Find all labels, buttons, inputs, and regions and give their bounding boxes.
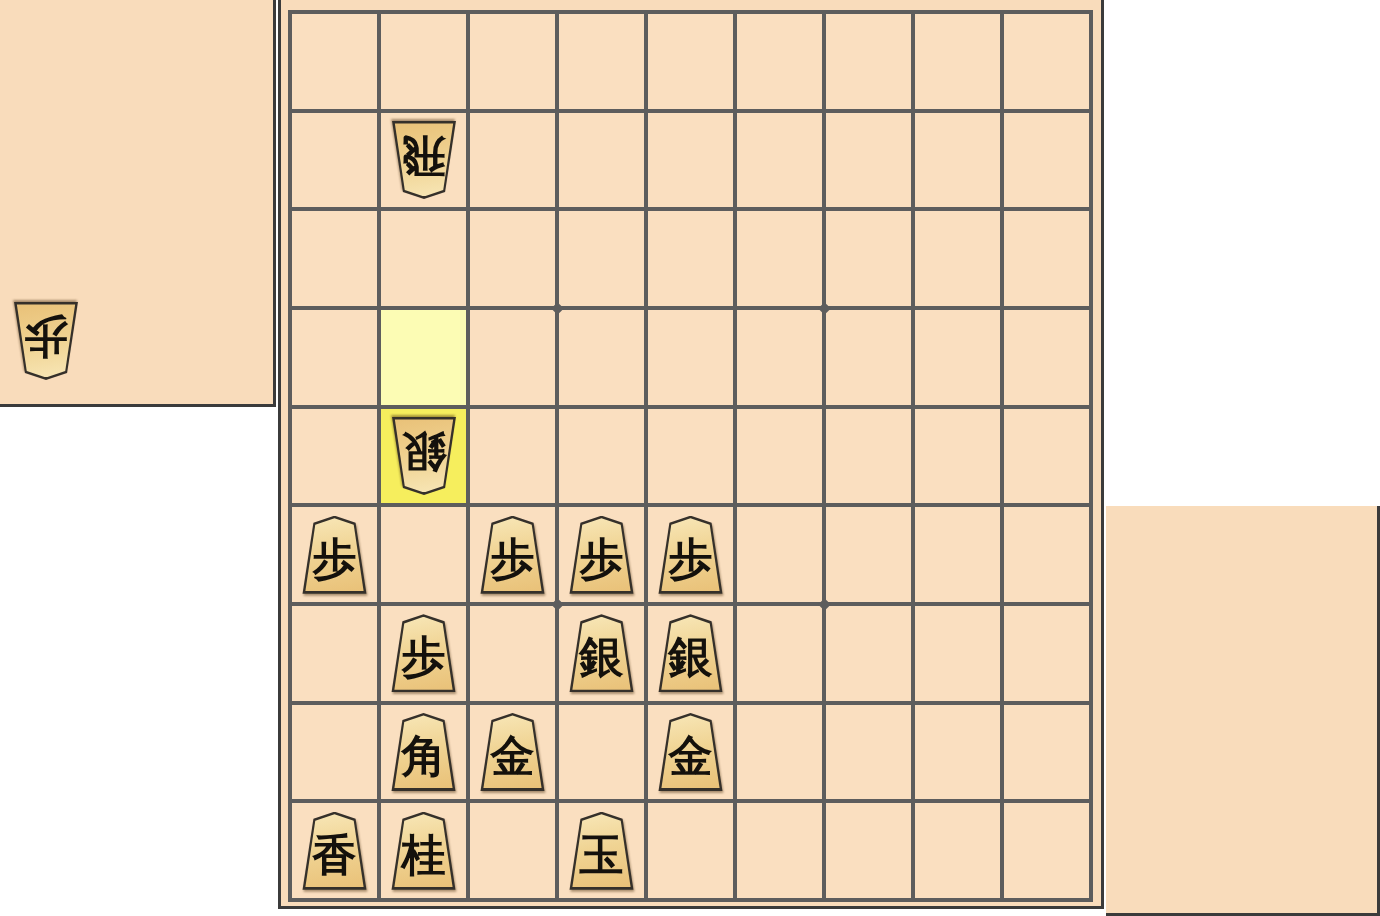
square-7a[interactable] [470, 14, 555, 109]
square-3b[interactable] [826, 113, 911, 208]
square-4g[interactable] [737, 606, 822, 701]
square-9e[interactable] [292, 409, 377, 504]
koma-kanji: 玉 [580, 833, 624, 877]
square-9d[interactable] [292, 310, 377, 405]
square-3i[interactable] [826, 803, 911, 898]
piece-5f-sente-pawn[interactable]: 歩 [657, 516, 725, 594]
square-3a[interactable] [826, 14, 911, 109]
square-2a[interactable] [915, 14, 1000, 109]
koma-kanji: 飛 [402, 134, 446, 178]
square-2g[interactable] [915, 606, 1000, 701]
square-1c[interactable] [1004, 211, 1089, 306]
gote-hand-tray: 歩 [0, 0, 276, 407]
square-7e[interactable] [470, 409, 555, 504]
square-7f[interactable]: 歩 [470, 507, 555, 602]
square-8c[interactable] [381, 211, 466, 306]
square-4d[interactable] [737, 310, 822, 405]
hand-piece-gote-pawn[interactable]: 歩 [12, 302, 80, 380]
piece-9f-sente-pawn[interactable]: 歩 [301, 516, 369, 594]
square-1h[interactable] [1004, 705, 1089, 800]
square-3c[interactable] [826, 211, 911, 306]
square-8f[interactable] [381, 507, 466, 602]
koma-kanji: 歩 [313, 537, 357, 581]
square-4h[interactable] [737, 705, 822, 800]
square-2c[interactable] [915, 211, 1000, 306]
shogi-board-panel: 飛銀歩歩歩歩歩銀銀角金金香桂玉 [278, 0, 1104, 909]
piece-6g-sente-silver[interactable]: 銀 [568, 614, 636, 692]
square-3h[interactable] [826, 705, 911, 800]
piece-5h-sente-gold[interactable]: 金 [657, 713, 725, 791]
square-5b[interactable] [648, 113, 733, 208]
koma-kanji: 歩 [669, 537, 713, 581]
koma-kanji: 歩 [491, 537, 535, 581]
square-7d[interactable] [470, 310, 555, 405]
square-2f[interactable] [915, 507, 1000, 602]
square-3d[interactable] [826, 310, 911, 405]
square-9a[interactable] [292, 14, 377, 109]
square-4c[interactable] [737, 211, 822, 306]
square-5c[interactable] [648, 211, 733, 306]
piece-8h-sente-bishop[interactable]: 角 [390, 713, 458, 791]
square-8a[interactable] [381, 14, 466, 109]
koma-kanji: 金 [491, 734, 535, 778]
piece-6i-sente-king[interactable]: 玉 [568, 812, 636, 890]
square-6c[interactable] [559, 211, 644, 306]
square-3e[interactable] [826, 409, 911, 504]
square-9f[interactable]: 歩 [292, 507, 377, 602]
square-1i[interactable] [1004, 803, 1089, 898]
piece-7h-sente-gold[interactable]: 金 [479, 713, 547, 791]
square-7b[interactable] [470, 113, 555, 208]
piece-6f-sente-pawn[interactable]: 歩 [568, 516, 636, 594]
koma-kanji: 歩 [580, 537, 624, 581]
square-9i[interactable]: 香 [292, 803, 377, 898]
koma-kanji: 角 [402, 734, 446, 778]
square-2i[interactable] [915, 803, 1000, 898]
square-1b[interactable] [1004, 113, 1089, 208]
square-1a[interactable] [1004, 14, 1089, 109]
square-6a[interactable] [559, 14, 644, 109]
square-6b[interactable] [559, 113, 644, 208]
square-7i[interactable] [470, 803, 555, 898]
square-8i[interactable]: 桂 [381, 803, 466, 898]
square-1f[interactable] [1004, 507, 1089, 602]
square-6e[interactable] [559, 409, 644, 504]
square-6g[interactable]: 銀 [559, 606, 644, 701]
square-5h[interactable]: 金 [648, 705, 733, 800]
square-3f[interactable] [826, 507, 911, 602]
square-4i[interactable] [737, 803, 822, 898]
square-1e[interactable] [1004, 409, 1089, 504]
square-6i[interactable]: 玉 [559, 803, 644, 898]
square-2b[interactable] [915, 113, 1000, 208]
koma-kanji: 香 [313, 833, 357, 877]
piece-8i-sente-knight[interactable]: 桂 [390, 812, 458, 890]
square-3g[interactable] [826, 606, 911, 701]
square-9g[interactable] [292, 606, 377, 701]
square-7c[interactable] [470, 211, 555, 306]
piece-5g-sente-silver[interactable]: 銀 [657, 614, 725, 692]
square-9h[interactable] [292, 705, 377, 800]
square-4b[interactable] [737, 113, 822, 208]
square-9b[interactable] [292, 113, 377, 208]
square-7g[interactable] [470, 606, 555, 701]
square-6f[interactable]: 歩 [559, 507, 644, 602]
square-5f[interactable]: 歩 [648, 507, 733, 602]
square-4e[interactable] [737, 409, 822, 504]
koma-kanji: 歩 [24, 315, 68, 359]
square-6d[interactable] [559, 310, 644, 405]
square-4f[interactable] [737, 507, 822, 602]
koma-kanji: 銀 [669, 635, 713, 679]
square-2e[interactable] [915, 409, 1000, 504]
piece-8b-gote-rook[interactable]: 飛 [390, 121, 458, 199]
koma-kanji: 銀 [580, 635, 624, 679]
square-5d[interactable] [648, 310, 733, 405]
square-9c[interactable] [292, 211, 377, 306]
square-4a[interactable] [737, 14, 822, 109]
koma-kanji: 桂 [402, 833, 446, 877]
koma-kanji: 歩 [402, 635, 446, 679]
square-8d[interactable] [381, 310, 466, 405]
square-8h[interactable]: 角 [381, 705, 466, 800]
piece-7f-sente-pawn[interactable]: 歩 [479, 516, 547, 594]
square-8e[interactable]: 銀 [381, 409, 466, 504]
square-6h[interactable] [559, 705, 644, 800]
sente-hand-tray [1106, 506, 1380, 916]
square-1g[interactable] [1004, 606, 1089, 701]
square-2d[interactable] [915, 310, 1000, 405]
square-8g[interactable]: 歩 [381, 606, 466, 701]
square-1d[interactable] [1004, 310, 1089, 405]
piece-9i-sente-lance[interactable]: 香 [301, 812, 369, 890]
square-5a[interactable] [648, 14, 733, 109]
square-2h[interactable] [915, 705, 1000, 800]
square-8b[interactable]: 飛 [381, 113, 466, 208]
square-5e[interactable] [648, 409, 733, 504]
square-5i[interactable] [648, 803, 733, 898]
piece-8g-sente-pawn[interactable]: 歩 [390, 614, 458, 692]
square-7h[interactable]: 金 [470, 705, 555, 800]
piece-8e-gote-silver[interactable]: 銀 [390, 417, 458, 495]
koma-kanji: 金 [669, 734, 713, 778]
square-5g[interactable]: 銀 [648, 606, 733, 701]
koma-kanji: 銀 [402, 430, 446, 474]
shogi-board-grid: 飛銀歩歩歩歩歩銀銀角金金香桂玉 [288, 10, 1093, 902]
